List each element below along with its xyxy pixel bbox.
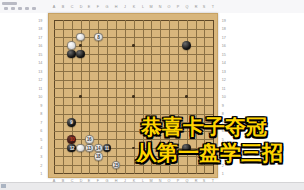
board-coord-left: 4 [37,147,43,151]
board-coord-left: 14 [37,61,43,65]
status-icon [1,184,6,188]
board-coord-left: 12 [37,78,43,82]
board-coord-left: 18 [37,27,43,31]
move-number: 16 [87,137,92,142]
board-coord-bottom: L [141,179,145,183]
app-window: 恭喜卡子夺冠 从第一盘学三招 AABBCCDDEEFFGGHHJJKKLLMMN… [0,0,304,190]
board-coord-top: O [167,5,171,9]
move-number: 10 [69,137,74,142]
board-coord-right: 17 [222,36,228,40]
board-coord-right: 1 [222,172,228,176]
stone-c4[interactable]: 12 [67,144,76,153]
board-coord-bottom: P [176,179,180,183]
board-coord-right: 14 [222,61,228,65]
board-coord-top: D [79,5,83,9]
stone-f4[interactable]: 14 [94,144,103,153]
stone-e4[interactable]: 13 [85,144,94,153]
move-number: 11 [105,146,109,151]
caption-overlay: 恭喜卡子夺冠 从第一盘学三招 [136,114,283,165]
menu-item[interactable] [18,7,22,10]
board-coord-right: 9 [222,104,228,108]
star-point [79,95,82,98]
star-point [132,95,135,98]
stone-q16[interactable] [182,41,191,50]
stone-e5[interactable]: 16 [85,135,94,144]
board-coord-left: 10 [37,95,43,99]
board-coord-top: K [132,5,136,9]
board-coord-top: A [52,5,56,9]
board-coord-bottom: B [61,179,65,183]
board-coord-top: R [194,5,198,9]
board-coord-bottom: T [211,179,215,183]
board-coord-bottom: G [105,179,109,183]
menu-item[interactable] [25,7,29,10]
board-coord-right: 16 [222,44,228,48]
board-coord-bottom: J [123,179,127,183]
board-coord-top: S [203,5,207,9]
board-coord-left: 6 [37,130,43,134]
stone-c7[interactable]: 9 [67,118,76,127]
board-coord-left: 13 [37,70,43,74]
window-title-text [2,2,17,5]
move-number: 9 [71,120,73,125]
move-number: 18 [96,154,101,159]
board-coord-bottom: K [132,179,136,183]
board-coord-top: M [149,5,153,9]
menu-item[interactable] [4,7,8,10]
stone-d4[interactable] [76,144,85,153]
move-number: 8 [97,35,99,40]
board-coord-left: 5 [37,138,43,142]
grid-line-h [54,165,213,166]
board-coord-right: 19 [222,19,228,23]
board-coord-left: 16 [37,44,43,48]
board-coord-left: 15 [37,53,43,57]
board-coord-top: E [88,5,92,9]
board-coord-bottom: H [114,179,118,183]
board-coord-top: F [96,5,100,9]
board-coord-right: 12 [222,78,228,82]
board-coord-right: 13 [222,70,228,74]
board-coord-bottom: Q [185,179,189,183]
board-coord-left: 2 [37,164,43,168]
board-coord-left: 19 [37,19,43,23]
board-coord-bottom: R [194,179,198,183]
stone-c5[interactable]: 10 [67,135,76,144]
board-coord-top: G [105,5,109,9]
grid-line-h [54,105,213,106]
caption-line-2: 从第一盘学三招 [136,140,283,166]
board-coord-bottom: D [79,179,83,183]
board-coord-left: 17 [37,36,43,40]
status-bar [0,182,304,190]
board-coord-top: J [123,5,127,9]
stone-c16[interactable] [67,41,76,50]
board-coord-bottom: E [88,179,92,183]
move-number: 14 [96,146,101,151]
board-coord-bottom: A [52,179,56,183]
board-coord-right: 18 [222,27,228,31]
board-coord-top: P [176,5,180,9]
board-coord-left: 9 [37,104,43,108]
board-coord-left: 11 [37,87,43,91]
star-point [132,44,135,47]
star-point [79,44,82,47]
board-coord-bottom: M [149,179,153,183]
board-coord-top: H [114,5,118,9]
board-coord-right: 10 [222,95,228,99]
board-coord-right: 15 [222,53,228,57]
board-coord-left: 3 [37,155,43,159]
stone-d17[interactable] [76,33,85,42]
board-coord-bottom: O [167,179,171,183]
board-coord-right: 11 [222,87,228,91]
board-coord-top: Q [185,5,189,9]
board-coord-left: 8 [37,112,43,116]
board-coord-top: B [61,5,65,9]
board-coord-left: 7 [37,121,43,125]
board-coord-top: N [158,5,162,9]
board-coord-bottom: N [158,179,162,183]
stone-f17[interactable]: 8 [94,33,103,42]
move-number: 12 [69,146,74,151]
board-coord-bottom: C [70,179,74,183]
menu-item[interactable] [32,7,36,10]
stone-f3[interactable]: 18 [94,152,103,161]
menu-item[interactable] [11,7,15,10]
board-coord-top: L [141,5,145,9]
board-coord-top: T [211,5,215,9]
board-coord-left: 1 [37,172,43,176]
move-number: 15 [114,163,119,168]
board-coord-bottom: S [203,179,207,183]
move-number: 13 [87,146,92,151]
board-coord-bottom: F [96,179,100,183]
board-coord-top: C [70,5,74,9]
caption-line-1: 恭喜卡子夺冠 [141,114,283,140]
